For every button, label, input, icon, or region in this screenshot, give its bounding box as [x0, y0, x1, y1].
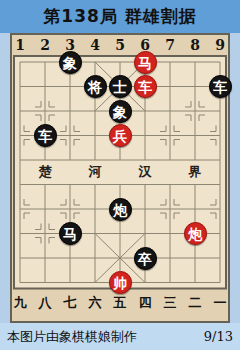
- file-label: 四: [133, 294, 158, 312]
- xiangqi-board[interactable]: 123456789 楚河汉界 象马将士车车象车兵炮马炮卒帅 九八七六五四三二一: [10, 33, 230, 323]
- file-label: 九: [8, 294, 33, 312]
- piece-black[interactable]: 炮: [109, 198, 132, 221]
- piece-black[interactable]: 象: [59, 51, 82, 74]
- puzzle-title: 第138局 群雄割据: [43, 5, 196, 28]
- file-label: 二: [183, 294, 208, 312]
- piece-red[interactable]: 帅: [109, 271, 132, 294]
- piece-black[interactable]: 车: [34, 124, 57, 147]
- file-label: 五: [108, 294, 133, 312]
- page-indicator: 9/13: [204, 329, 233, 344]
- piece-black[interactable]: 将: [84, 75, 107, 98]
- footer-bar: 本图片由象棋棋娘制作 9/13: [0, 323, 240, 350]
- piece-red[interactable]: 车: [134, 75, 157, 98]
- credit-text: 本图片由象棋棋娘制作: [7, 328, 137, 346]
- file-label: 八: [33, 294, 58, 312]
- title-bar: 第138局 群雄割据: [0, 0, 240, 33]
- piece-red[interactable]: 兵: [109, 124, 132, 147]
- piece-black[interactable]: 象: [109, 100, 132, 123]
- piece-red[interactable]: 炮: [184, 222, 207, 245]
- file-label: 七: [58, 294, 83, 312]
- file-labels-bottom: 九八七六五四三二一: [8, 294, 233, 312]
- piece-black[interactable]: 车: [209, 75, 232, 98]
- piece-black[interactable]: 卒: [134, 247, 157, 270]
- file-label: 三: [158, 294, 183, 312]
- piece-layer: 象马将士车车象车兵炮马炮卒帅: [8, 50, 233, 295]
- piece-red[interactable]: 马: [134, 51, 157, 74]
- piece-black[interactable]: 士: [109, 75, 132, 98]
- file-label: 六: [83, 294, 108, 312]
- file-label: 一: [208, 294, 233, 312]
- piece-black[interactable]: 马: [59, 222, 82, 245]
